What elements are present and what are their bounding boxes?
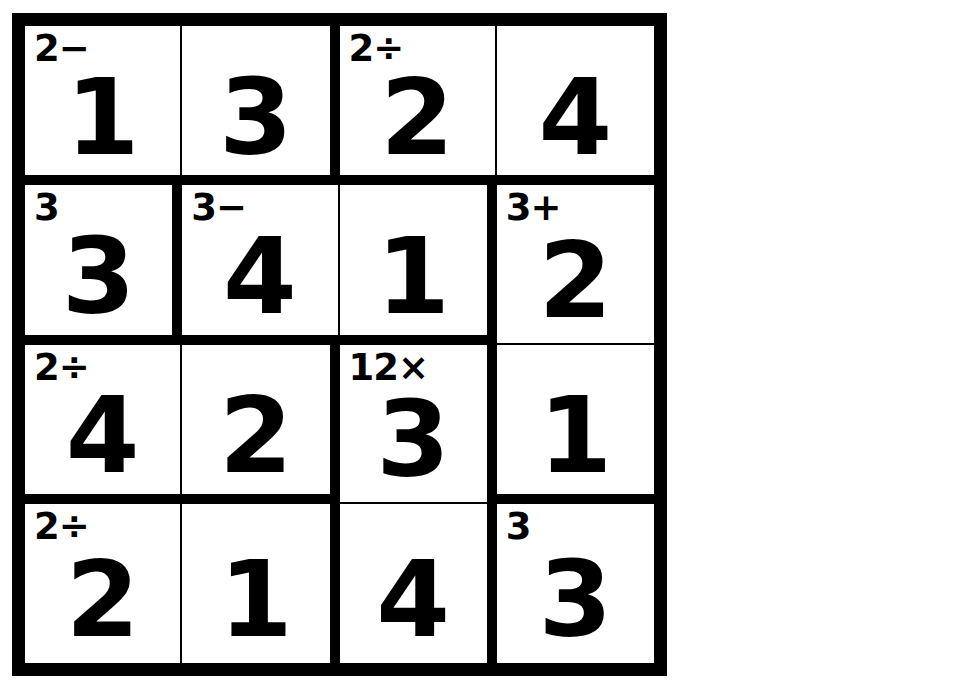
cell-r1c3[interactable]: 2÷2 <box>340 26 497 185</box>
cell-value: 4 <box>182 185 337 334</box>
cell-value: 2 <box>497 185 654 342</box>
cell-value: 3 <box>25 185 172 334</box>
cell-value: 3 <box>497 504 654 663</box>
cell-r2c2[interactable]: 3−4 <box>182 185 339 344</box>
cell-r4c1[interactable]: 2÷2 <box>25 504 182 663</box>
cell-r3c3[interactable]: 12×3 <box>340 345 497 504</box>
page: 2−132÷24333−413+22÷4212×312÷21433 <box>0 0 960 686</box>
cell-r4c4[interactable]: 33 <box>497 504 654 663</box>
cell-value: 2 <box>340 26 495 175</box>
cell-value: 4 <box>497 26 654 175</box>
cell-value: 1 <box>182 504 329 663</box>
cell-value: 3 <box>340 345 487 502</box>
cell-r3c2[interactable]: 2 <box>182 345 339 504</box>
cell-r3c4[interactable]: 1 <box>497 345 654 504</box>
cell-r1c4[interactable]: 4 <box>497 26 654 185</box>
cell-value: 4 <box>25 345 180 494</box>
cell-value: 2 <box>182 345 329 494</box>
cell-r1c2[interactable]: 3 <box>182 26 339 185</box>
cell-r4c3[interactable]: 4 <box>340 504 497 663</box>
cell-value: 1 <box>497 345 654 494</box>
cell-value: 3 <box>182 26 329 175</box>
cell-value: 2 <box>25 504 180 663</box>
cell-r4c2[interactable]: 1 <box>182 504 339 663</box>
kenken-board: 2−132÷24333−413+22÷4212×312÷21433 <box>12 13 667 676</box>
cell-value: 1 <box>340 185 487 334</box>
cell-r2c1[interactable]: 33 <box>25 185 182 344</box>
cell-value: 4 <box>340 504 487 663</box>
cell-r1c1[interactable]: 2−1 <box>25 26 182 185</box>
cell-r3c1[interactable]: 2÷4 <box>25 345 182 504</box>
cell-r2c4[interactable]: 3+2 <box>497 185 654 344</box>
cell-value: 1 <box>25 26 180 175</box>
cell-r2c3[interactable]: 1 <box>340 185 497 344</box>
